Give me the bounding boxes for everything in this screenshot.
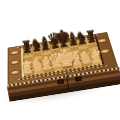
chess-case: ♜♞♝♛♚♝♞♜♟♟♟♟♟♟♟♟♟♟♟♟♟♟♟♟♜♞♝♛♚♝♞♜ [8, 32, 119, 85]
case-latch [57, 79, 64, 85]
rosette-ornament [11, 70, 20, 75]
case-latch [75, 76, 82, 82]
case-seam [66, 75, 70, 91]
chess-set-photo: ♜♞♝♛♚♝♞♜♟♟♟♟♟♟♟♟♟♟♟♟♟♟♟♟♜♞♝♛♚♝♞♜ [0, 0, 120, 120]
rosette-ornament [97, 38, 107, 43]
rosette-ornament [11, 60, 20, 65]
rosette-ornament [11, 50, 20, 55]
rosette-ornament [100, 49, 110, 54]
square-h1: ♜ [92, 60, 103, 65]
